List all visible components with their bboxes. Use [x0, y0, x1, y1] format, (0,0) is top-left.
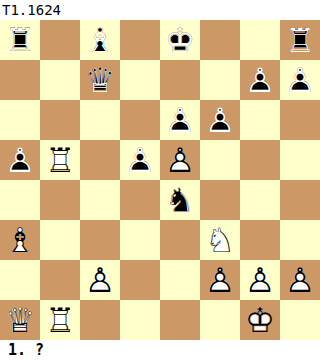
square-c2[interactable]: ♟♙: [80, 260, 120, 300]
square-d4[interactable]: [120, 180, 160, 220]
black-pawn: ♟♙: [200, 100, 240, 140]
square-b5[interactable]: ♜♖: [40, 140, 80, 180]
square-a1[interactable]: ♛♕: [0, 300, 40, 340]
chess-puzzle-window: T1.1624 ♜♖♝♗♚♔♜♖♛♕♟♙♟♙♟♙♟♙♟♙♜♖♟♙♟♙♞♘♝♗♞♘…: [0, 0, 320, 360]
square-g1[interactable]: ♚♔: [240, 300, 280, 340]
square-f5[interactable]: [200, 140, 240, 180]
square-g3[interactable]: [240, 220, 280, 260]
square-h2[interactable]: ♟♙: [280, 260, 320, 300]
square-g4[interactable]: [240, 180, 280, 220]
square-f1[interactable]: [200, 300, 240, 340]
white-king: ♚♔: [240, 300, 280, 340]
black-king: ♚♔: [160, 20, 200, 60]
square-b7[interactable]: [40, 60, 80, 100]
square-e1[interactable]: [160, 300, 200, 340]
square-d1[interactable]: [120, 300, 160, 340]
square-f8[interactable]: [200, 20, 240, 60]
square-d6[interactable]: [120, 100, 160, 140]
black-pawn: ♟♙: [0, 140, 40, 180]
square-g6[interactable]: [240, 100, 280, 140]
square-c1[interactable]: [80, 300, 120, 340]
square-d5[interactable]: ♟♙: [120, 140, 160, 180]
black-pawn: ♟♙: [280, 60, 320, 100]
white-pawn: ♟♙: [80, 260, 120, 300]
square-a2[interactable]: [0, 260, 40, 300]
white-rook: ♜♖: [40, 300, 80, 340]
square-b3[interactable]: [40, 220, 80, 260]
square-g7[interactable]: ♟♙: [240, 60, 280, 100]
square-d3[interactable]: [120, 220, 160, 260]
white-pawn: ♟♙: [280, 260, 320, 300]
square-b8[interactable]: [40, 20, 80, 60]
square-g5[interactable]: [240, 140, 280, 180]
square-c7[interactable]: ♛♕: [80, 60, 120, 100]
square-h4[interactable]: [280, 180, 320, 220]
move-prompt: 1. ?: [0, 340, 320, 360]
square-e4[interactable]: ♞♘: [160, 180, 200, 220]
white-pawn: ♟♙: [200, 260, 240, 300]
square-e2[interactable]: [160, 260, 200, 300]
square-c6[interactable]: [80, 100, 120, 140]
square-b1[interactable]: ♜♖: [40, 300, 80, 340]
white-bishop: ♝♗: [0, 220, 40, 260]
square-e7[interactable]: [160, 60, 200, 100]
square-a8[interactable]: ♜♖: [0, 20, 40, 60]
square-a5[interactable]: ♟♙: [0, 140, 40, 180]
square-b2[interactable]: [40, 260, 80, 300]
square-b6[interactable]: [40, 100, 80, 140]
square-h1[interactable]: [280, 300, 320, 340]
white-pawn: ♟♙: [240, 260, 280, 300]
chess-board: ♜♖♝♗♚♔♜♖♛♕♟♙♟♙♟♙♟♙♟♙♜♖♟♙♟♙♞♘♝♗♞♘♟♙♟♙♟♙♟♙…: [0, 20, 320, 340]
white-pawn: ♟♙: [160, 140, 200, 180]
square-e5[interactable]: ♟♙: [160, 140, 200, 180]
black-bishop: ♝♗: [80, 20, 120, 60]
black-pawn: ♟♙: [120, 140, 160, 180]
square-a7[interactable]: [0, 60, 40, 100]
black-queen: ♛♕: [80, 60, 120, 100]
black-rook: ♜♖: [0, 20, 40, 60]
black-rook: ♜♖: [280, 20, 320, 60]
square-g2[interactable]: ♟♙: [240, 260, 280, 300]
square-a4[interactable]: [0, 180, 40, 220]
square-h5[interactable]: [280, 140, 320, 180]
black-knight: ♞♘: [160, 180, 200, 220]
square-h7[interactable]: ♟♙: [280, 60, 320, 100]
square-c5[interactable]: [80, 140, 120, 180]
square-a6[interactable]: [0, 100, 40, 140]
square-e3[interactable]: [160, 220, 200, 260]
square-e6[interactable]: ♟♙: [160, 100, 200, 140]
square-h3[interactable]: [280, 220, 320, 260]
square-f6[interactable]: ♟♙: [200, 100, 240, 140]
square-f4[interactable]: [200, 180, 240, 220]
square-d2[interactable]: [120, 260, 160, 300]
white-queen: ♛♕: [0, 300, 40, 340]
square-a3[interactable]: ♝♗: [0, 220, 40, 260]
square-f2[interactable]: ♟♙: [200, 260, 240, 300]
square-f7[interactable]: [200, 60, 240, 100]
square-c3[interactable]: [80, 220, 120, 260]
square-g8[interactable]: [240, 20, 280, 60]
square-h8[interactable]: ♜♖: [280, 20, 320, 60]
square-c4[interactable]: [80, 180, 120, 220]
square-d8[interactable]: [120, 20, 160, 60]
square-c8[interactable]: ♝♗: [80, 20, 120, 60]
white-knight: ♞♘: [200, 220, 240, 260]
square-d7[interactable]: [120, 60, 160, 100]
black-pawn: ♟♙: [240, 60, 280, 100]
square-b4[interactable]: [40, 180, 80, 220]
puzzle-id: T1.1624: [0, 0, 320, 20]
white-rook: ♜♖: [40, 140, 80, 180]
black-pawn: ♟♙: [160, 100, 200, 140]
square-f3[interactable]: ♞♘: [200, 220, 240, 260]
square-e8[interactable]: ♚♔: [160, 20, 200, 60]
square-h6[interactable]: [280, 100, 320, 140]
